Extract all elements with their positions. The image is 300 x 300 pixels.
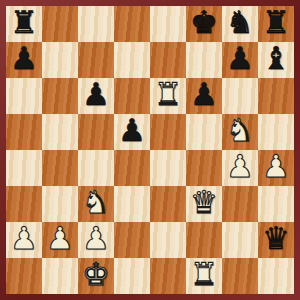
piece-white-queen[interactable]: ♛ bbox=[190, 187, 218, 218]
square-e7[interactable] bbox=[150, 42, 186, 78]
square-a1[interactable] bbox=[6, 258, 42, 294]
piece-white-rook[interactable]: ♜ bbox=[154, 79, 182, 110]
square-f5[interactable] bbox=[186, 114, 222, 150]
square-e8[interactable] bbox=[150, 6, 186, 42]
square-d3[interactable] bbox=[114, 186, 150, 222]
square-e5[interactable] bbox=[150, 114, 186, 150]
square-f1[interactable]: ♜ bbox=[186, 258, 222, 294]
square-e4[interactable] bbox=[150, 150, 186, 186]
square-f2[interactable] bbox=[186, 222, 222, 258]
square-b5[interactable] bbox=[42, 114, 78, 150]
piece-white-pawn[interactable]: ♟ bbox=[262, 151, 290, 182]
square-d7[interactable] bbox=[114, 42, 150, 78]
square-e6[interactable]: ♜ bbox=[150, 78, 186, 114]
square-e1[interactable] bbox=[150, 258, 186, 294]
square-f4[interactable] bbox=[186, 150, 222, 186]
piece-white-rook[interactable]: ♜ bbox=[190, 259, 218, 290]
square-g8[interactable]: ♞ bbox=[222, 6, 258, 42]
square-c1[interactable]: ♚ bbox=[78, 258, 114, 294]
square-c8[interactable] bbox=[78, 6, 114, 42]
square-e3[interactable] bbox=[150, 186, 186, 222]
square-f6[interactable]: ♟ bbox=[186, 78, 222, 114]
piece-white-pawn[interactable]: ♟ bbox=[226, 151, 254, 182]
piece-black-pawn[interactable]: ♟ bbox=[226, 43, 254, 74]
square-b7[interactable] bbox=[42, 42, 78, 78]
square-f3[interactable]: ♛ bbox=[186, 186, 222, 222]
piece-black-bishop[interactable]: ♝ bbox=[262, 43, 290, 74]
piece-white-pawn[interactable]: ♟ bbox=[46, 223, 74, 254]
piece-black-pawn[interactable]: ♟ bbox=[190, 79, 218, 110]
piece-white-knight[interactable]: ♞ bbox=[226, 115, 254, 146]
square-d2[interactable] bbox=[114, 222, 150, 258]
square-e2[interactable] bbox=[150, 222, 186, 258]
square-g2[interactable] bbox=[222, 222, 258, 258]
square-g3[interactable] bbox=[222, 186, 258, 222]
square-h7[interactable]: ♝ bbox=[258, 42, 294, 78]
square-h2[interactable]: ♛ bbox=[258, 222, 294, 258]
square-a2[interactable]: ♟ bbox=[6, 222, 42, 258]
square-g6[interactable] bbox=[222, 78, 258, 114]
square-b3[interactable] bbox=[42, 186, 78, 222]
square-h1[interactable] bbox=[258, 258, 294, 294]
square-g1[interactable] bbox=[222, 258, 258, 294]
square-d5[interactable]: ♟ bbox=[114, 114, 150, 150]
piece-black-pawn[interactable]: ♟ bbox=[118, 115, 146, 146]
board-frame: ♜♚♞♜♟♟♝♟♜♟♟♞♟♟♞♛♟♟♟♛♚♜ bbox=[0, 0, 300, 300]
square-b2[interactable]: ♟ bbox=[42, 222, 78, 258]
piece-black-pawn[interactable]: ♟ bbox=[82, 79, 110, 110]
square-c3[interactable]: ♞ bbox=[78, 186, 114, 222]
square-g5[interactable]: ♞ bbox=[222, 114, 258, 150]
piece-white-knight[interactable]: ♞ bbox=[82, 187, 110, 218]
square-a6[interactable] bbox=[6, 78, 42, 114]
square-d4[interactable] bbox=[114, 150, 150, 186]
piece-black-knight[interactable]: ♞ bbox=[226, 7, 254, 38]
piece-black-king[interactable]: ♚ bbox=[190, 7, 218, 38]
square-h4[interactable]: ♟ bbox=[258, 150, 294, 186]
square-b4[interactable] bbox=[42, 150, 78, 186]
square-f7[interactable] bbox=[186, 42, 222, 78]
square-a4[interactable] bbox=[6, 150, 42, 186]
square-c6[interactable]: ♟ bbox=[78, 78, 114, 114]
square-h8[interactable]: ♜ bbox=[258, 6, 294, 42]
square-g7[interactable]: ♟ bbox=[222, 42, 258, 78]
square-f8[interactable]: ♚ bbox=[186, 6, 222, 42]
square-c7[interactable] bbox=[78, 42, 114, 78]
square-a8[interactable]: ♜ bbox=[6, 6, 42, 42]
square-c2[interactable]: ♟ bbox=[78, 222, 114, 258]
piece-black-pawn[interactable]: ♟ bbox=[10, 43, 38, 74]
square-g4[interactable]: ♟ bbox=[222, 150, 258, 186]
square-b6[interactable] bbox=[42, 78, 78, 114]
square-h5[interactable] bbox=[258, 114, 294, 150]
square-a5[interactable] bbox=[6, 114, 42, 150]
square-a7[interactable]: ♟ bbox=[6, 42, 42, 78]
square-c5[interactable] bbox=[78, 114, 114, 150]
piece-black-rook[interactable]: ♜ bbox=[10, 7, 38, 38]
square-d8[interactable] bbox=[114, 6, 150, 42]
piece-black-queen[interactable]: ♛ bbox=[262, 223, 290, 254]
piece-white-pawn[interactable]: ♟ bbox=[82, 223, 110, 254]
square-h6[interactable] bbox=[258, 78, 294, 114]
square-h3[interactable] bbox=[258, 186, 294, 222]
square-d6[interactable] bbox=[114, 78, 150, 114]
chess-board: ♜♚♞♜♟♟♝♟♜♟♟♞♟♟♞♛♟♟♟♛♚♜ bbox=[6, 6, 294, 294]
piece-white-king[interactable]: ♚ bbox=[82, 259, 110, 290]
square-b8[interactable] bbox=[42, 6, 78, 42]
square-a3[interactable] bbox=[6, 186, 42, 222]
square-b1[interactable] bbox=[42, 258, 78, 294]
square-d1[interactable] bbox=[114, 258, 150, 294]
piece-white-pawn[interactable]: ♟ bbox=[10, 223, 38, 254]
piece-black-rook[interactable]: ♜ bbox=[262, 7, 290, 38]
square-c4[interactable] bbox=[78, 150, 114, 186]
